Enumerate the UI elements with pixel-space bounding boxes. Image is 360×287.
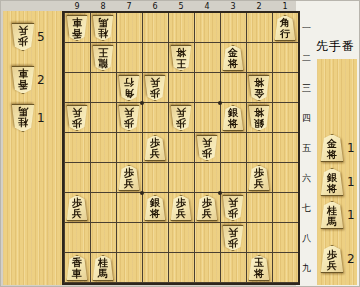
piece-face: 玉将 [248, 255, 270, 281]
square-55[interactable] [168, 133, 194, 163]
piece-pawn[interactable]: 歩兵 [118, 165, 140, 191]
piece-pawn[interactable]: 歩兵 [144, 75, 166, 101]
piece-kanji: 将 [228, 59, 238, 70]
square-28[interactable] [246, 223, 272, 253]
piece-kanji: 兵 [150, 77, 160, 88]
piece-kanji: 将 [176, 47, 186, 58]
square-16[interactable] [272, 163, 298, 193]
file-label: 9 [64, 2, 90, 11]
square-58[interactable] [168, 223, 194, 253]
piece-face: 王将 [170, 45, 192, 71]
piece-pawn[interactable]: 歩兵 [248, 165, 270, 191]
file-label: 4 [194, 2, 220, 11]
square-56[interactable] [168, 163, 194, 193]
piece-kanji: 歩 [176, 118, 186, 129]
piece-lance[interactable]: 香車 [11, 66, 35, 94]
piece-knight[interactable]: 桂馬 [11, 104, 35, 132]
piece-kanji: 角 [280, 18, 290, 29]
piece-kanji: 歩 [124, 168, 134, 179]
piece-kanji: 歩 [254, 168, 264, 179]
piece-face: 銀将 [144, 195, 166, 221]
square-64[interactable] [142, 103, 168, 133]
square-61[interactable] [142, 13, 168, 43]
piece-face: 金将 [222, 45, 244, 71]
piece-kanji: 兵 [72, 209, 82, 220]
piece-pawn[interactable]: 歩兵 [222, 225, 244, 251]
rank-label: 八 [300, 223, 313, 253]
square-87[interactable] [90, 193, 116, 223]
file-label: 7 [116, 2, 142, 11]
piece-kanji: 歩 [228, 238, 238, 249]
piece-face: 歩兵 [66, 105, 88, 131]
piece-bishop[interactable]: 角行 [118, 75, 140, 101]
piece-face: 歩兵 [320, 245, 344, 273]
piece-kanji: 香 [72, 28, 82, 39]
square-51[interactable] [168, 13, 194, 43]
square-96[interactable] [64, 163, 90, 193]
piece-kanji: 将 [228, 119, 238, 130]
piece-face: 金将 [248, 75, 270, 101]
rank-label: 九 [300, 253, 313, 283]
square-69[interactable] [142, 253, 168, 283]
rank-label: 五 [300, 133, 313, 163]
board-panel: 香車桂馬角行龍王王将金将角行歩兵金将歩兵歩兵歩兵銀将銀将歩兵歩兵歩兵歩兵歩兵銀将… [48, 11, 300, 285]
square-17[interactable] [272, 193, 298, 223]
piece-kanji: 兵 [327, 261, 337, 272]
file-label: 1 [272, 2, 298, 11]
piece-kanji: 兵 [176, 107, 186, 118]
piece-pawn[interactable]: 歩兵 [170, 105, 192, 131]
piece-kanji: 車 [72, 17, 82, 28]
piece-face: 歩兵 [170, 105, 192, 131]
square-75[interactable] [116, 133, 142, 163]
hand-count: 1 [347, 141, 355, 155]
piece-face: 角行 [118, 75, 140, 101]
square-85[interactable] [90, 133, 116, 163]
piece-pawn[interactable]: 歩兵 [196, 195, 218, 221]
square-39[interactable] [220, 253, 246, 283]
square-62[interactable] [142, 43, 168, 73]
rank-label: 三 [300, 73, 313, 103]
turn-indicator: 先手番 [316, 38, 360, 55]
square-86[interactable] [90, 163, 116, 193]
piece-face: 歩兵 [196, 135, 218, 161]
piece-kanji: 兵 [228, 227, 238, 238]
piece-kanji: 兵 [124, 107, 134, 118]
square-66[interactable] [142, 163, 168, 193]
piece-kanji: 歩 [150, 138, 160, 149]
piece-gold-general[interactable]: 金将 [320, 134, 344, 162]
square-77[interactable] [116, 193, 142, 223]
piece-gold-general[interactable]: 金将 [248, 75, 270, 101]
square-36[interactable] [220, 163, 246, 193]
piece-pawn[interactable]: 歩兵 [196, 135, 218, 161]
piece-kanji: 金 [327, 139, 337, 150]
piece-bishop[interactable]: 角行 [274, 15, 296, 41]
square-25[interactable] [246, 133, 272, 163]
square-19[interactable] [272, 253, 298, 283]
piece-kanji: 歩 [202, 148, 212, 159]
square-84[interactable] [90, 103, 116, 133]
square-92[interactable] [64, 43, 90, 73]
piece-kanji: 将 [254, 269, 264, 280]
square-79[interactable] [116, 253, 142, 283]
piece-face: 龍王 [92, 45, 114, 71]
file-labels: 987654321 [64, 2, 298, 11]
piece-face: 角行 [274, 15, 296, 41]
piece-face: 香車 [66, 255, 88, 281]
square-33[interactable] [220, 73, 246, 103]
piece-kanji: 王 [176, 58, 186, 69]
piece-face: 歩兵 [144, 75, 166, 101]
square-68[interactable] [142, 223, 168, 253]
hand-count: 2 [37, 73, 45, 87]
piece-face: 香車 [66, 15, 88, 41]
square-44[interactable] [194, 103, 220, 133]
piece-face: 銀将 [248, 105, 270, 131]
piece-kanji: 銀 [327, 173, 337, 184]
piece-lance[interactable]: 香車 [66, 15, 88, 41]
square-78[interactable] [116, 223, 142, 253]
piece-face: 金将 [320, 134, 344, 162]
file-label: 8 [90, 2, 116, 11]
piece-kanji: 歩 [202, 198, 212, 209]
piece-face: 歩兵 [248, 165, 270, 191]
piece-kanji: 兵 [202, 137, 212, 148]
rank-label: 六 [300, 163, 313, 193]
piece-knight[interactable]: 桂馬 [92, 255, 114, 281]
square-42[interactable] [194, 43, 220, 73]
square-46[interactable] [194, 163, 220, 193]
piece-pawn[interactable]: 歩兵 [320, 245, 344, 273]
file-label: 3 [220, 2, 246, 11]
piece-face: 歩兵 [118, 165, 140, 191]
piece-kanji: 王 [98, 47, 108, 58]
square-22[interactable] [246, 43, 272, 73]
piece-pawn[interactable]: 歩兵 [66, 105, 88, 131]
square-72[interactable] [116, 43, 142, 73]
hand-count: 1 [347, 175, 355, 189]
piece-kanji: 香 [18, 79, 28, 90]
square-98[interactable] [64, 223, 90, 253]
piece-king[interactable]: 王将 [170, 45, 192, 71]
piece-kanji: 将 [150, 209, 160, 220]
piece-knight[interactable]: 桂馬 [92, 15, 114, 41]
square-88[interactable] [90, 223, 116, 253]
piece-kanji: 銀 [150, 198, 160, 209]
shogi-board: 香車桂馬角行龍王王将金将角行歩兵金将歩兵歩兵歩兵銀将銀将歩兵歩兵歩兵歩兵歩兵銀将… [62, 11, 300, 285]
file-label: 2 [246, 2, 272, 11]
hand-count: 1 [347, 208, 355, 222]
square-27[interactable] [246, 193, 272, 223]
gote-hand-tray: 歩兵5香車2桂馬1 [3, 11, 50, 285]
piece-kanji: 玉 [254, 258, 264, 269]
piece-kanji: 歩 [327, 250, 337, 261]
square-41[interactable] [194, 13, 220, 43]
piece-face: 歩兵 [170, 195, 192, 221]
piece-kanji: 兵 [18, 25, 28, 36]
piece-kanji: 角 [124, 88, 134, 99]
piece-face: 歩兵 [144, 135, 166, 161]
piece-pawn[interactable]: 歩兵 [11, 23, 35, 51]
hand-count: 1 [37, 111, 45, 125]
piece-kanji: 桂 [18, 117, 28, 128]
square-13[interactable] [272, 73, 298, 103]
piece-kanji: 将 [327, 150, 337, 161]
rank-label: 一 [300, 13, 313, 43]
piece-gold-general[interactable]: 金将 [222, 45, 244, 71]
rank-labels: 一二三四五六七八九 [300, 13, 313, 283]
piece-kanji: 龍 [98, 58, 108, 69]
piece-kanji: 将 [254, 107, 264, 118]
piece-face: 歩兵 [66, 195, 88, 221]
piece-kanji: 歩 [228, 208, 238, 219]
piece-kanji: 桂 [98, 258, 108, 269]
piece-pawn[interactable]: 歩兵 [170, 195, 192, 221]
file-label: 5 [168, 2, 194, 11]
piece-kanji: 桂 [327, 206, 337, 217]
square-31[interactable] [220, 13, 246, 43]
piece-kanji: 兵 [124, 179, 134, 190]
rank-label: 四 [300, 103, 313, 133]
square-49[interactable] [194, 253, 220, 283]
piece-kanji: 車 [18, 68, 28, 79]
piece-face: 香車 [11, 66, 35, 94]
piece-kanji: 金 [228, 48, 238, 59]
piece-pawn[interactable]: 歩兵 [118, 105, 140, 131]
piece-silver-general[interactable]: 銀将 [320, 168, 344, 196]
piece-face: 歩兵 [11, 23, 35, 51]
piece-face: 桂馬 [320, 201, 344, 229]
piece-kanji: 兵 [202, 209, 212, 220]
rank-label: 二 [300, 43, 313, 73]
piece-kanji: 桂 [98, 28, 108, 39]
piece-kanji: 歩 [176, 198, 186, 209]
piece-pawn[interactable]: 歩兵 [222, 195, 244, 221]
piece-kanji: 行 [124, 77, 134, 88]
rank-label: 七 [300, 193, 313, 223]
square-93[interactable] [64, 73, 90, 103]
piece-silver-general[interactable]: 銀将 [144, 195, 166, 221]
piece-pawn[interactable]: 歩兵 [144, 135, 166, 161]
piece-kanji: 兵 [176, 209, 186, 220]
piece-pawn[interactable]: 歩兵 [66, 195, 88, 221]
piece-knight[interactable]: 桂馬 [320, 201, 344, 229]
piece-face: 歩兵 [222, 195, 244, 221]
piece-promoted-rook[interactable]: 龍王 [92, 45, 114, 71]
piece-kanji: 兵 [228, 197, 238, 208]
piece-kanji: 金 [254, 88, 264, 99]
piece-king[interactable]: 玉将 [248, 255, 270, 281]
piece-kanji: 歩 [72, 118, 82, 129]
piece-silver-general[interactable]: 銀将 [248, 105, 270, 131]
square-21[interactable] [246, 13, 272, 43]
piece-kanji: 車 [72, 269, 82, 280]
square-95[interactable] [64, 133, 90, 163]
piece-face: 桂馬 [11, 104, 35, 132]
file-label: 6 [142, 2, 168, 11]
piece-face: 銀将 [320, 168, 344, 196]
square-12[interactable] [272, 43, 298, 73]
square-43[interactable] [194, 73, 220, 103]
piece-silver-general[interactable]: 銀将 [222, 105, 244, 131]
shogi-app: 歩兵5香車2桂馬1 香車桂馬角行龍王王将金将角行歩兵金将歩兵歩兵歩兵銀将銀将歩兵… [0, 0, 360, 287]
square-35[interactable] [220, 133, 246, 163]
piece-kanji: 馬 [18, 106, 28, 117]
piece-kanji: 将 [254, 77, 264, 88]
piece-kanji: 歩 [18, 36, 28, 47]
piece-face: 銀将 [222, 105, 244, 131]
piece-kanji: 歩 [150, 88, 160, 99]
square-15[interactable] [272, 133, 298, 163]
piece-face: 桂馬 [92, 15, 114, 41]
square-48[interactable] [194, 223, 220, 253]
square-83[interactable] [90, 73, 116, 103]
piece-kanji: 兵 [72, 107, 82, 118]
piece-kanji: 香 [72, 258, 82, 269]
square-53[interactable] [168, 73, 194, 103]
piece-kanji: 銀 [254, 118, 264, 129]
piece-lance[interactable]: 香車 [66, 255, 88, 281]
piece-kanji: 馬 [98, 17, 108, 28]
square-71[interactable] [116, 13, 142, 43]
piece-kanji: 歩 [124, 118, 134, 129]
piece-kanji: 行 [280, 29, 290, 40]
sente-hand-tray: 金将1銀将1桂馬1歩兵2 [317, 59, 357, 285]
square-18[interactable] [272, 223, 298, 253]
hand-count: 5 [37, 30, 45, 44]
piece-face: 歩兵 [196, 195, 218, 221]
piece-face: 桂馬 [92, 255, 114, 281]
piece-face: 歩兵 [118, 105, 140, 131]
square-14[interactable] [272, 103, 298, 133]
piece-kanji: 馬 [98, 269, 108, 280]
piece-kanji: 銀 [228, 108, 238, 119]
piece-kanji: 将 [327, 184, 337, 195]
piece-face: 歩兵 [222, 225, 244, 251]
piece-kanji: 歩 [72, 198, 82, 209]
piece-kanji: 馬 [327, 217, 337, 228]
piece-kanji: 兵 [254, 179, 264, 190]
piece-kanji: 兵 [150, 149, 160, 160]
hand-count: 2 [347, 252, 355, 266]
square-59[interactable] [168, 253, 194, 283]
